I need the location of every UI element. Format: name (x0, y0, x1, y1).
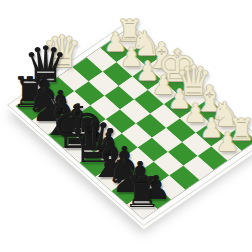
chess-set-photo: ♜♞♝♛♚♝♞♜♟♟♟♟♟♟♟♟♟♟♟♟♟♟♟♟♜♞♝♛♚♝♞♜♛♛ (0, 0, 252, 252)
board-grid (15, 28, 252, 220)
chess-board (3, 18, 252, 229)
